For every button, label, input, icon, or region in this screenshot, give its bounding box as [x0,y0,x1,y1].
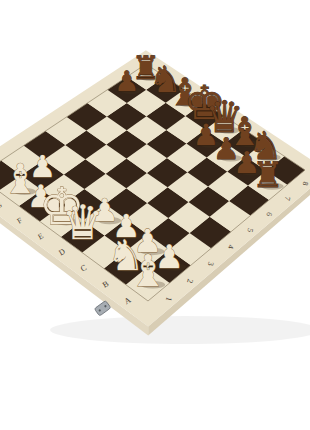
svg-text:♟: ♟ [114,65,139,98]
white-queen: ♛ [62,195,105,250]
black-rook: ♜ [252,155,284,195]
svg-text:♝: ♝ [128,245,167,296]
black-pawn: ♟ [114,65,141,98]
white-bishop: ♝ [128,245,167,296]
svg-text:♜: ♜ [252,155,283,195]
board-shadow [50,316,310,344]
chess-set-photo: Folding wooden chess board shown corner-… [0,0,310,430]
svg-text:♛: ♛ [62,195,105,250]
chess-board: ABCDEFGH12345678♜♞♟♝♚♛♝♟♞♟♟♟♜♝♟♟♚♟♛♟♟♞♝ [0,0,310,430]
